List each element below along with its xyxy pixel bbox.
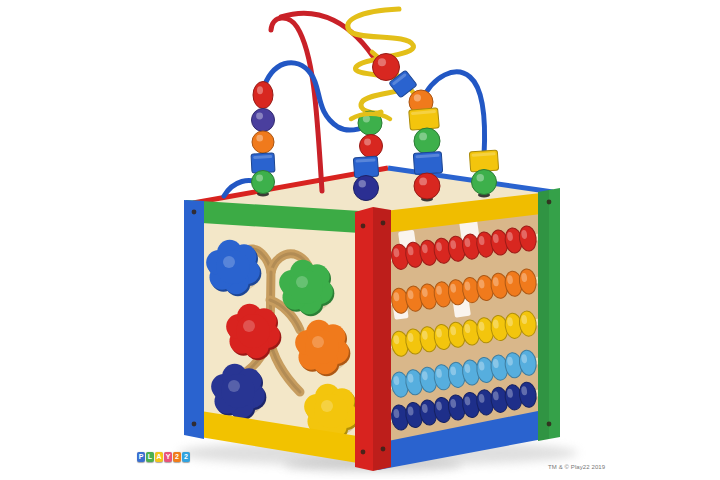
maze-bead-red xyxy=(360,135,383,158)
flower-center xyxy=(216,250,250,284)
bead-highlight xyxy=(256,113,263,120)
maze-bead-red xyxy=(253,82,273,109)
flower-highlight xyxy=(296,276,308,288)
screw-hole xyxy=(381,221,386,226)
flower-center xyxy=(221,374,255,408)
logo-letter-3: Y xyxy=(164,452,172,462)
bead-highlight xyxy=(257,86,263,94)
bead-highlight xyxy=(256,175,263,182)
bead-highlight xyxy=(364,139,371,146)
maze-bead-red xyxy=(414,173,440,199)
flower-center xyxy=(305,330,339,364)
screw-hole xyxy=(192,422,197,427)
flower-highlight xyxy=(321,400,333,412)
red-wire-arc xyxy=(281,13,378,64)
flower-center xyxy=(314,394,348,428)
flower-highlight xyxy=(223,256,235,268)
logo-letter-0: P xyxy=(137,452,145,462)
maze-bead-green xyxy=(414,128,440,154)
left-stack xyxy=(251,82,275,197)
green-post-shade xyxy=(538,190,549,441)
flower-highlight xyxy=(312,336,324,348)
bead-highlight xyxy=(414,94,421,101)
maze-bead-red xyxy=(373,54,400,81)
red-post-shade xyxy=(373,207,391,471)
play22-logo: PLAY22 xyxy=(137,452,190,462)
logo-letter-2: A xyxy=(155,452,163,462)
logo-letter-1: L xyxy=(146,452,154,462)
screw-hole xyxy=(361,224,366,229)
bead-highlight xyxy=(419,133,427,141)
red-wire xyxy=(271,18,322,191)
bead-highlight xyxy=(419,178,427,186)
cube-body xyxy=(184,168,560,471)
bead-highlight xyxy=(359,180,367,188)
copyright-text: TM & © Play22 2019 xyxy=(548,464,605,470)
maze-bead-navy xyxy=(354,176,379,201)
bead-highlight xyxy=(256,135,263,142)
maze-bead-green xyxy=(472,170,497,195)
maze-bead-green xyxy=(252,171,275,194)
flower-center xyxy=(289,270,323,304)
bead-highlight xyxy=(378,58,386,66)
screw-hole xyxy=(547,422,552,427)
logo-letter-4: 2 xyxy=(173,452,181,462)
screw-hole xyxy=(381,447,386,452)
screw-hole xyxy=(361,450,366,455)
logo-letter-5: 2 xyxy=(182,452,190,462)
maze-bead-orange xyxy=(252,131,274,153)
maze-bead-purple xyxy=(252,109,275,132)
flower-highlight xyxy=(243,320,255,332)
flower-center xyxy=(236,314,270,348)
product-photo-stage: PLAY22 TM & © Play22 2019 xyxy=(0,0,720,480)
left-corner-post-blue xyxy=(184,200,204,439)
screw-hole xyxy=(192,210,197,215)
screw-hole xyxy=(547,200,552,205)
flower-highlight xyxy=(228,380,240,392)
activity-cube-illustration xyxy=(0,0,720,480)
bead-highlight xyxy=(477,174,485,182)
back-stack xyxy=(353,111,382,201)
